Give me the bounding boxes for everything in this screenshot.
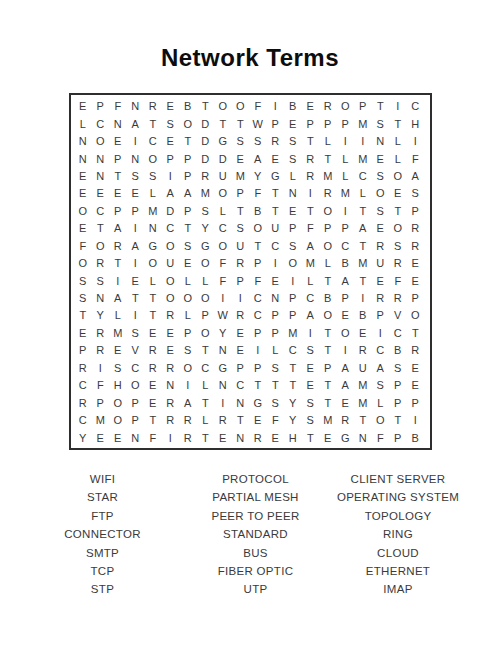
grid-cell-r3c20: I xyxy=(407,133,425,150)
grid-cell-r20c13: H xyxy=(284,429,302,446)
grid-cell-r5c11: Y xyxy=(249,168,267,185)
grid-cell-r14c11: P xyxy=(249,325,267,342)
grid-cell-r19c13: Y xyxy=(284,412,302,429)
grid-cell-r7c16: I xyxy=(337,203,355,220)
grid-cell-r17c13: T xyxy=(284,377,302,394)
grid-cell-r12c3: A xyxy=(109,290,127,307)
grid-cell-r10c19: R xyxy=(389,255,407,272)
grid-cell-r4c6: P xyxy=(162,150,180,167)
grid-cell-r15c14: S xyxy=(302,342,320,359)
grid-cell-r4c9: D xyxy=(214,150,232,167)
grid-cell-r2c3: N xyxy=(109,115,127,132)
grid-cell-r5c14: R xyxy=(302,168,320,185)
grid-cell-r15c4: V xyxy=(127,342,145,359)
grid-cell-r15c8: T xyxy=(197,342,215,359)
grid-cell-r4c15: T xyxy=(319,150,337,167)
grid-cell-r10c4: I xyxy=(127,255,145,272)
grid-cell-r20c19: P xyxy=(389,429,407,446)
grid-cell-r1c7: B xyxy=(179,98,197,115)
grid-cell-r5c13: L xyxy=(284,168,302,185)
grid-cell-r9c5: G xyxy=(144,238,162,255)
grid-cell-r6c3: E xyxy=(109,185,127,202)
grid-cell-r18c2: P xyxy=(92,394,110,411)
word-list-column-3: CLIENT SERVEROPERATING SYSTEMTOPOLOGYRIN… xyxy=(318,470,478,599)
grid-cell-r8c4: I xyxy=(127,220,145,237)
grid-cell-r7c2: C xyxy=(92,203,110,220)
grid-cell-r6c10: P xyxy=(232,185,250,202)
grid-cell-r11c4: E xyxy=(127,272,145,289)
grid-cell-r5c8: R xyxy=(197,168,215,185)
grid-cell-r17c5: E xyxy=(144,377,162,394)
grid-cell-r9c16: C xyxy=(337,238,355,255)
grid-cell-r7c1: O xyxy=(74,203,92,220)
word-list-column-2: PROTOCOLPARTIAL MESHPEER TO PEERSTANDARD… xyxy=(178,470,333,599)
grid-cell-r17c19: P xyxy=(389,377,407,394)
grid-cell-r17c16: A xyxy=(337,377,355,394)
grid-cell-r19c10: T xyxy=(232,412,250,429)
grid-cell-r3c1: N xyxy=(74,133,92,150)
grid-cell-r14c7: P xyxy=(179,325,197,342)
grid-cell-r12c16: P xyxy=(337,290,355,307)
grid-cell-r2c4: A xyxy=(127,115,145,132)
grid-cell-r13c18: P xyxy=(372,307,390,324)
grid-cell-r1c20: C xyxy=(407,98,425,115)
grid-cell-r16c2: I xyxy=(92,360,110,377)
grid-cell-r11c20: E xyxy=(407,272,425,289)
grid-cell-r11c3: I xyxy=(109,272,127,289)
grid-cell-r10c15: L xyxy=(319,255,337,272)
grid-cell-r19c2: M xyxy=(92,412,110,429)
grid-cell-r7c4: P xyxy=(127,203,145,220)
grid-cell-r18c17: M xyxy=(354,394,372,411)
grid-cell-r8c20: R xyxy=(407,220,425,237)
grid-cell-r19c15: M xyxy=(319,412,337,429)
grid-cell-r16c18: A xyxy=(372,360,390,377)
grid-cell-r18c8: T xyxy=(197,394,215,411)
grid-cell-r10c11: P xyxy=(249,255,267,272)
grid-cell-r18c7: A xyxy=(179,394,197,411)
grid-cell-r14c19: C xyxy=(389,325,407,342)
word-list-item: STAR xyxy=(30,488,175,506)
word-list-item: CONNECTOR xyxy=(30,525,175,543)
grid-cell-r5c16: L xyxy=(337,168,355,185)
grid-cell-r3c2: O xyxy=(92,133,110,150)
grid-cell-r1c16: O xyxy=(337,98,355,115)
grid-cell-r1c8: T xyxy=(197,98,215,115)
grid-cell-r1c9: O xyxy=(214,98,232,115)
grid-cell-r19c7: R xyxy=(179,412,197,429)
grid-cell-r20c1: Y xyxy=(74,429,92,446)
grid-cell-r14c9: Y xyxy=(214,325,232,342)
grid-cell-r1c5: R xyxy=(144,98,162,115)
grid-cell-r9c12: C xyxy=(267,238,285,255)
grid-cell-r10c3: T xyxy=(109,255,127,272)
grid-cell-r20c7: R xyxy=(179,429,197,446)
grid-cell-r10c2: R xyxy=(92,255,110,272)
grid-cell-r15c19: B xyxy=(389,342,407,359)
grid-cell-r17c8: L xyxy=(197,377,215,394)
grid-cell-r5c7: P xyxy=(179,168,197,185)
word-list-item: PEER TO PEER xyxy=(178,507,333,525)
grid-cell-r13c15: O xyxy=(319,307,337,324)
grid-cell-r15c9: N xyxy=(214,342,232,359)
grid-cell-r6c17: L xyxy=(354,185,372,202)
grid-cell-r4c4: N xyxy=(127,150,145,167)
grid-cell-r17c18: S xyxy=(372,377,390,394)
grid-cell-r10c14: M xyxy=(302,255,320,272)
grid-cell-r12c6: O xyxy=(162,290,180,307)
grid-cell-r7c11: B xyxy=(249,203,267,220)
grid-cell-r17c10: C xyxy=(232,377,250,394)
grid-cell-r19c12: F xyxy=(267,412,285,429)
grid-cell-r6c7: A xyxy=(179,185,197,202)
grid-cell-r5c19: O xyxy=(389,168,407,185)
grid-cell-r13c4: I xyxy=(127,307,145,324)
grid-cell-r3c15: L xyxy=(319,133,337,150)
grid-cell-r3c13: S xyxy=(284,133,302,150)
grid-cell-r9c19: S xyxy=(389,238,407,255)
grid-cell-r6c14: I xyxy=(302,185,320,202)
grid-cell-r1c19: I xyxy=(389,98,407,115)
grid-cell-r9c13: S xyxy=(284,238,302,255)
grid-cell-r3c12: R xyxy=(267,133,285,150)
grid-cell-r17c4: O xyxy=(127,377,145,394)
grid-cell-r13c14: A xyxy=(302,307,320,324)
grid-cell-r9c1: F xyxy=(74,238,92,255)
grid-cell-r12c17: I xyxy=(354,290,372,307)
grid-cell-r18c18: L xyxy=(372,394,390,411)
grid-cell-r4c18: E xyxy=(372,150,390,167)
grid-cell-r15c12: L xyxy=(267,342,285,359)
grid-cell-r20c16: G xyxy=(337,429,355,446)
grid-cell-r9c10: U xyxy=(232,238,250,255)
grid-cell-r5c10: M xyxy=(232,168,250,185)
grid-cell-r7c5: M xyxy=(144,203,162,220)
word-list-item: BUS xyxy=(178,544,333,562)
grid-cell-r17c15: T xyxy=(319,377,337,394)
grid-cell-r1c15: R xyxy=(319,98,337,115)
grid-cell-r5c4: S xyxy=(127,168,145,185)
grid-cell-r6c5: L xyxy=(144,185,162,202)
grid-cell-r7c17: T xyxy=(354,203,372,220)
grid-cell-r1c14: E xyxy=(302,98,320,115)
grid-cell-r16c4: C xyxy=(127,360,145,377)
grid-cell-r3c19: L xyxy=(389,133,407,150)
grid-cell-r5c6: I xyxy=(162,168,180,185)
grid-cell-r5c12: G xyxy=(267,168,285,185)
grid-cell-r13c10: R xyxy=(232,307,250,324)
grid-cell-r19c6: R xyxy=(162,412,180,429)
grid-cell-r3c14: T xyxy=(302,133,320,150)
grid-cell-r9c2: O xyxy=(92,238,110,255)
grid-cell-r10c5: O xyxy=(144,255,162,272)
grid-cell-r3c9: G xyxy=(214,133,232,150)
grid-cell-r11c9: F xyxy=(214,272,232,289)
grid-cell-r15c3: E xyxy=(109,342,127,359)
grid-cell-r15c11: I xyxy=(249,342,267,359)
grid-cell-r15c1: P xyxy=(74,342,92,359)
grid-cell-r16c16: A xyxy=(337,360,355,377)
grid-cell-r7c6: D xyxy=(162,203,180,220)
grid-cell-r11c12: E xyxy=(267,272,285,289)
grid-cell-r4c17: M xyxy=(354,150,372,167)
grid-cell-r15c15: T xyxy=(319,342,337,359)
grid-cell-r13c12: P xyxy=(267,307,285,324)
grid-cell-r11c10: P xyxy=(232,272,250,289)
grid-cell-r18c11: G xyxy=(249,394,267,411)
grid-cell-r13c16: E xyxy=(337,307,355,324)
grid-cell-r12c20: P xyxy=(407,290,425,307)
grid-cell-r15c18: C xyxy=(372,342,390,359)
grid-cell-r2c15: P xyxy=(319,115,337,132)
grid-cell-r10c7: E xyxy=(179,255,197,272)
grid-cell-r18c16: E xyxy=(337,394,355,411)
grid-cell-r10c1: O xyxy=(74,255,92,272)
grid-cell-r8c6: C xyxy=(162,220,180,237)
grid-cell-r8c16: P xyxy=(337,220,355,237)
grid-cell-r14c6: E xyxy=(162,325,180,342)
grid-cell-r8c11: O xyxy=(249,220,267,237)
word-list-item: CLOUD xyxy=(318,544,478,562)
grid-cell-r16c3: S xyxy=(109,360,127,377)
grid-cell-r9c9: O xyxy=(214,238,232,255)
grid-cell-r4c20: F xyxy=(407,150,425,167)
grid-cell-r17c6: N xyxy=(162,377,180,394)
word-list-item: FIBER OPTIC xyxy=(178,562,333,580)
grid-cell-r2c5: T xyxy=(144,115,162,132)
grid-cell-r16c20: E xyxy=(407,360,425,377)
grid-cell-r5c18: S xyxy=(372,168,390,185)
grid-cell-r13c5: T xyxy=(144,307,162,324)
grid-cell-r20c18: F xyxy=(372,429,390,446)
grid-cell-r16c8: C xyxy=(197,360,215,377)
grid-cell-r3c7: T xyxy=(179,133,197,150)
grid-cell-r18c14: S xyxy=(302,394,320,411)
grid-cell-r2c7: O xyxy=(179,115,197,132)
grid-cell-r7c12: T xyxy=(267,203,285,220)
grid-cell-r13c8: P xyxy=(197,307,215,324)
grid-cell-r9c14: A xyxy=(302,238,320,255)
grid-cell-r6c11: F xyxy=(249,185,267,202)
grid-cell-r3c8: D xyxy=(197,133,215,150)
grid-cell-r13c20: O xyxy=(407,307,425,324)
grid-cell-r4c12: E xyxy=(267,150,285,167)
grid-cell-r4c5: O xyxy=(144,150,162,167)
grid-cell-r20c12: E xyxy=(267,429,285,446)
grid-cell-r9c8: G xyxy=(197,238,215,255)
grid-cell-r3c18: N xyxy=(372,133,390,150)
grid-cell-r14c4: S xyxy=(127,325,145,342)
grid-cell-r19c11: E xyxy=(249,412,267,429)
grid-cell-r8c18: E xyxy=(372,220,390,237)
grid-cell-r9c11: T xyxy=(249,238,267,255)
grid-cell-r18c4: P xyxy=(127,394,145,411)
grid-cell-r13c6: R xyxy=(162,307,180,324)
grid-cell-r9c20: R xyxy=(407,238,425,255)
grid-cell-r9c18: R xyxy=(372,238,390,255)
grid-cell-r19c17: T xyxy=(354,412,372,429)
grid-cell-r1c3: F xyxy=(109,98,127,115)
grid-cell-r8c5: N xyxy=(144,220,162,237)
grid-cell-r1c6: E xyxy=(162,98,180,115)
word-list-item: SMTP xyxy=(30,544,175,562)
grid-cell-r7c3: P xyxy=(109,203,127,220)
grid-cell-r11c14: L xyxy=(302,272,320,289)
grid-cell-r16c19: S xyxy=(389,360,407,377)
grid-cell-r13c1: T xyxy=(74,307,92,324)
grid-cell-r14c3: M xyxy=(109,325,127,342)
grid-cell-r12c9: I xyxy=(214,290,232,307)
grid-cell-r17c2: F xyxy=(92,377,110,394)
word-search-grid: EPFNREBTOOFIBEROPTICLCNATSODTTWPEPPPMSTH… xyxy=(69,93,432,450)
grid-cell-r13c11: C xyxy=(249,307,267,324)
grid-cell-r13c19: V xyxy=(389,307,407,324)
grid-cell-r6c1: E xyxy=(74,185,92,202)
grid-cell-r8c9: C xyxy=(214,220,232,237)
grid-cell-r17c11: T xyxy=(249,377,267,394)
grid-cell-r20c2: E xyxy=(92,429,110,446)
grid-cell-r18c3: O xyxy=(109,394,127,411)
grid-cell-r6c6: A xyxy=(162,185,180,202)
grid-cell-r13c3: L xyxy=(109,307,127,324)
grid-cell-r10c17: M xyxy=(354,255,372,272)
grid-cell-r6c20: S xyxy=(407,185,425,202)
grid-cell-r20c14: T xyxy=(302,429,320,446)
grid-cell-r16c10: P xyxy=(232,360,250,377)
grid-cell-r12c18: R xyxy=(372,290,390,307)
grid-cell-r16c6: R xyxy=(162,360,180,377)
grid-cell-r18c10: N xyxy=(232,394,250,411)
grid-cell-r14c16: O xyxy=(337,325,355,342)
grid-cell-r11c19: F xyxy=(389,272,407,289)
grid-cell-r18c15: T xyxy=(319,394,337,411)
word-list-item: IMAP xyxy=(318,580,478,598)
grid-cell-r7c20: P xyxy=(407,203,425,220)
puzzle-title: Network Terms xyxy=(0,44,500,72)
grid-cell-r19c9: R xyxy=(214,412,232,429)
grid-cell-r4c16: L xyxy=(337,150,355,167)
grid-cell-r14c10: E xyxy=(232,325,250,342)
grid-cell-r6c12: T xyxy=(267,185,285,202)
grid-cell-r2c1: L xyxy=(74,115,92,132)
grid-cell-r7c10: T xyxy=(232,203,250,220)
grid-cell-r4c10: E xyxy=(232,150,250,167)
grid-cell-r12c19: R xyxy=(389,290,407,307)
grid-cell-r3c16: I xyxy=(337,133,355,150)
grid-cell-r15c2: R xyxy=(92,342,110,359)
grid-cell-r8c12: U xyxy=(267,220,285,237)
grid-cell-r4c19: L xyxy=(389,150,407,167)
grid-cell-r3c6: E xyxy=(162,133,180,150)
grid-cell-r20c10: N xyxy=(232,429,250,446)
grid-cell-r19c8: L xyxy=(197,412,215,429)
grid-cell-r19c3: O xyxy=(109,412,127,429)
grid-cell-r13c13: P xyxy=(284,307,302,324)
grid-cell-r16c5: R xyxy=(144,360,162,377)
grid-cell-r11c5: L xyxy=(144,272,162,289)
grid-cell-r14c18: I xyxy=(372,325,390,342)
grid-cell-r1c1: E xyxy=(74,98,92,115)
grid-cell-r12c5: T xyxy=(144,290,162,307)
grid-cell-r6c19: E xyxy=(389,185,407,202)
grid-cell-r8c10: S xyxy=(232,220,250,237)
grid-cell-r11c6: O xyxy=(162,272,180,289)
grid-cell-r8c14: F xyxy=(302,220,320,237)
grid-cell-r12c4: T xyxy=(127,290,145,307)
grid-cell-r20c4: N xyxy=(127,429,145,446)
grid-cell-r15c17: R xyxy=(354,342,372,359)
grid-cell-r10c8: O xyxy=(197,255,215,272)
grid-cell-r2c11: W xyxy=(249,115,267,132)
grid-cell-r17c12: T xyxy=(267,377,285,394)
grid-cell-r19c19: T xyxy=(389,412,407,429)
grid-cell-r11c16: A xyxy=(337,272,355,289)
grid-cell-r20c17: N xyxy=(354,429,372,446)
grid-cell-r10c9: F xyxy=(214,255,232,272)
grid-cell-r6c4: E xyxy=(127,185,145,202)
grid-cell-r6c18: O xyxy=(372,185,390,202)
grid-cell-r1c17: P xyxy=(354,98,372,115)
grid-cell-r12c12: N xyxy=(267,290,285,307)
grid-cell-r4c11: A xyxy=(249,150,267,167)
grid-cell-r3c4: I xyxy=(127,133,145,150)
word-list-item: RING xyxy=(318,525,478,543)
word-list-item: UTP xyxy=(178,580,333,598)
grid-cell-r12c2: N xyxy=(92,290,110,307)
grid-cell-r5c17: C xyxy=(354,168,372,185)
grid-cell-r11c8: L xyxy=(197,272,215,289)
grid-cell-r5c20: A xyxy=(407,168,425,185)
grid-cell-r4c7: P xyxy=(179,150,197,167)
grid-cell-r14c8: O xyxy=(197,325,215,342)
word-list-item: PROTOCOL xyxy=(178,470,333,488)
grid-cell-r12c14: C xyxy=(302,290,320,307)
grid-cell-r1c12: I xyxy=(267,98,285,115)
grid-cell-r16c14: E xyxy=(302,360,320,377)
grid-cell-r12c15: B xyxy=(319,290,337,307)
word-list-item: CLIENT SERVER xyxy=(318,470,478,488)
grid-cell-r1c2: P xyxy=(92,98,110,115)
grid-cell-r6c8: M xyxy=(197,185,215,202)
grid-cell-r7c7: P xyxy=(179,203,197,220)
grid-cell-r11c1: S xyxy=(74,272,92,289)
grid-cell-r15c7: S xyxy=(179,342,197,359)
grid-cell-r16c1: R xyxy=(74,360,92,377)
grid-cell-r15c13: C xyxy=(284,342,302,359)
grid-cell-r2c17: M xyxy=(354,115,372,132)
grid-cell-r5c2: N xyxy=(92,168,110,185)
grid-cell-r17c20: E xyxy=(407,377,425,394)
grid-cell-r3c5: C xyxy=(144,133,162,150)
grid-cell-r1c4: N xyxy=(127,98,145,115)
grid-cell-r19c5: T xyxy=(144,412,162,429)
grid-cell-r2c12: P xyxy=(267,115,285,132)
grid-cell-r3c10: S xyxy=(232,133,250,150)
grid-cell-r16c9: G xyxy=(214,360,232,377)
grid-cell-r19c14: S xyxy=(302,412,320,429)
grid-cell-r11c11: F xyxy=(249,272,267,289)
grid-cell-r2c16: P xyxy=(337,115,355,132)
word-list-item: WIFI xyxy=(30,470,175,488)
grid-cell-r16c11: P xyxy=(249,360,267,377)
grid-cell-r6c9: O xyxy=(214,185,232,202)
grid-cell-r18c12: S xyxy=(267,394,285,411)
grid-cell-r5c15: M xyxy=(319,168,337,185)
grid-cell-r2c2: C xyxy=(92,115,110,132)
grid-cell-r9c6: O xyxy=(162,238,180,255)
grid-cell-r14c13: M xyxy=(284,325,302,342)
grid-cell-r2c8: D xyxy=(197,115,215,132)
